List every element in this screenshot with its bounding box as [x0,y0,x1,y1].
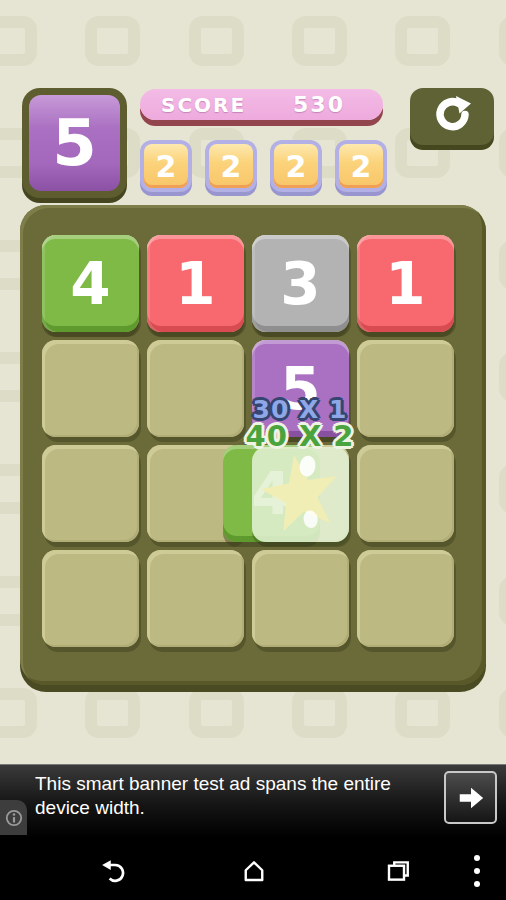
tile-1: 1 [147,235,244,332]
board-cell-r4c3[interactable] [252,550,349,647]
board-cell-r2c2[interactable] [147,340,244,437]
score-label: SCORE [161,93,246,117]
restart-button[interactable] [410,88,494,145]
queue-tile: 2 [140,140,192,192]
board-cell-r3c1[interactable] [42,445,139,542]
pattern-square [499,128,506,178]
upcoming-tile-queue: 2222 [140,140,387,192]
app-screen: 5 SCORE 530 2222 41315 4 30 X 1 40 X [0,0,506,900]
queue-tile: 2 [205,140,257,192]
ad-info-button[interactable] [0,800,27,835]
board-cell-r2c4[interactable] [357,340,454,437]
queue-tile-value: 2 [144,144,188,188]
pattern-square [499,464,506,514]
info-icon [5,809,23,827]
ad-text: This smart banner test ad spans the enti… [35,772,430,820]
next-tile-value: 5 [52,106,97,180]
ad-banner[interactable]: This smart banner test ad spans the enti… [0,764,506,838]
queue-tile: 2 [335,140,387,192]
queue-tile-value: 2 [209,144,253,188]
next-tile: 5 [29,95,120,191]
pattern-square [189,16,244,66]
pattern-square [0,688,37,738]
board-cell-r1c4[interactable]: 1 [357,235,454,332]
queue-tile-value: 2 [339,144,383,188]
nav-home-button[interactable] [236,854,272,888]
pattern-square [499,240,506,290]
restart-icon [432,95,472,138]
nav-recents-button[interactable] [380,854,416,888]
overflow-menu-icon [472,854,482,888]
queue-tile: 2 [270,140,322,192]
recents-icon [386,855,410,887]
pattern-square [395,16,450,66]
board-cell-r1c1[interactable]: 4 [42,235,139,332]
board-cell-r4c1[interactable] [42,550,139,647]
pattern-square [499,688,506,738]
board-cell-r2c1[interactable] [42,340,139,437]
nav-back-button[interactable] [95,854,131,888]
score-pill: SCORE 530 [140,89,383,120]
right-arrow-icon [456,783,486,813]
pattern-square [292,688,347,738]
nav-menu-button[interactable] [462,854,492,888]
home-icon [242,855,266,887]
pattern-square [292,16,347,66]
pattern-square [85,688,140,738]
board-cell-r3c4[interactable] [357,445,454,542]
pattern-square [0,16,37,66]
pattern-square [395,688,450,738]
pattern-square [499,16,506,66]
game-board: 41315 4 30 X 1 40 X 2 [20,205,486,685]
pattern-square [189,688,244,738]
pattern-square [499,576,506,626]
board-cell-r1c3[interactable]: 3 [252,235,349,332]
score-value: 530 [293,92,345,117]
star-icon [249,443,353,545]
ad-text-line1: This smart banner test ad spans the enti… [35,773,391,794]
next-tile-holder: 5 [22,88,127,198]
queue-tile-value: 2 [274,144,318,188]
board-cell-r4c4[interactable] [357,550,454,647]
tile-4: 4 [42,235,139,332]
pattern-square [85,16,140,66]
back-icon [101,855,125,887]
board-cell-r4c2[interactable] [147,550,244,647]
tile-1: 1 [357,235,454,332]
android-navbar [0,838,506,900]
score-popup-green: 40 X 2 [245,419,354,453]
ad-text-line2: device width. [35,797,145,818]
ad-cta-button[interactable] [444,771,497,824]
tile-3: 3 [252,235,349,332]
pattern-square [499,352,506,402]
merge-star-effect [252,447,349,542]
board-cell-r1c2[interactable]: 1 [147,235,244,332]
